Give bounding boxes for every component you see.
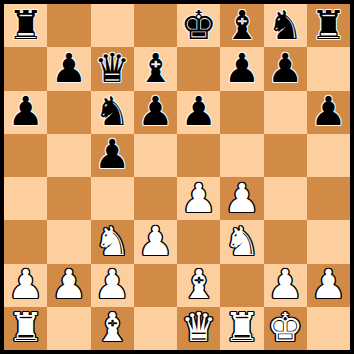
- square-f2[interactable]: [220, 264, 263, 307]
- black-pawn-piece[interactable]: ♟: [137, 91, 173, 131]
- square-g5[interactable]: [264, 134, 307, 177]
- black-king-piece[interactable]: ♚: [181, 5, 217, 45]
- square-a5[interactable]: [4, 134, 47, 177]
- black-queen-piece[interactable]: ♛: [94, 48, 130, 88]
- square-b3[interactable]: [47, 220, 90, 263]
- black-rook-piece[interactable]: ♜: [310, 5, 346, 45]
- square-h6[interactable]: ♟: [307, 91, 350, 134]
- square-g2[interactable]: ♟: [264, 264, 307, 307]
- square-c1[interactable]: ♝: [91, 307, 134, 350]
- square-b7[interactable]: ♟: [47, 47, 90, 90]
- square-h3[interactable]: [307, 220, 350, 263]
- white-pawn-piece[interactable]: ♟: [267, 264, 303, 304]
- square-d1[interactable]: [134, 307, 177, 350]
- square-b8[interactable]: [47, 4, 90, 47]
- square-c2[interactable]: ♟: [91, 264, 134, 307]
- white-bishop-piece[interactable]: ♝: [181, 264, 217, 304]
- white-queen-piece[interactable]: ♛: [181, 307, 217, 347]
- white-pawn-piece[interactable]: ♟: [181, 178, 217, 218]
- chess-board-frame: ♜♚♝♞♜♟♛♝♟♟♟♞♟♟♟♟♟♟♞♟♞♟♟♟♝♟♟♜♝♛♜♚: [0, 0, 354, 354]
- black-rook-piece[interactable]: ♜: [8, 5, 44, 45]
- square-g1[interactable]: ♚: [264, 307, 307, 350]
- square-b4[interactable]: [47, 177, 90, 220]
- square-c6[interactable]: ♞: [91, 91, 134, 134]
- black-pawn-piece[interactable]: ♟: [310, 91, 346, 131]
- square-f8[interactable]: ♝: [220, 4, 263, 47]
- white-pawn-piece[interactable]: ♟: [8, 264, 44, 304]
- chess-board: ♜♚♝♞♜♟♛♝♟♟♟♞♟♟♟♟♟♟♞♟♞♟♟♟♝♟♟♜♝♛♜♚: [4, 4, 350, 350]
- black-pawn-piece[interactable]: ♟: [224, 48, 260, 88]
- square-f4[interactable]: ♟: [220, 177, 263, 220]
- square-b1[interactable]: [47, 307, 90, 350]
- square-a8[interactable]: ♜: [4, 4, 47, 47]
- square-e3[interactable]: [177, 220, 220, 263]
- black-pawn-piece[interactable]: ♟: [181, 91, 217, 131]
- square-e1[interactable]: ♛: [177, 307, 220, 350]
- black-pawn-piece[interactable]: ♟: [267, 48, 303, 88]
- white-rook-piece[interactable]: ♜: [8, 307, 44, 347]
- square-b6[interactable]: [47, 91, 90, 134]
- white-pawn-piece[interactable]: ♟: [51, 264, 87, 304]
- white-bishop-piece[interactable]: ♝: [94, 307, 130, 347]
- square-d7[interactable]: ♝: [134, 47, 177, 90]
- square-f3[interactable]: ♞: [220, 220, 263, 263]
- square-g4[interactable]: [264, 177, 307, 220]
- square-b5[interactable]: [47, 134, 90, 177]
- square-f7[interactable]: ♟: [220, 47, 263, 90]
- square-h8[interactable]: ♜: [307, 4, 350, 47]
- square-h1[interactable]: [307, 307, 350, 350]
- square-h7[interactable]: [307, 47, 350, 90]
- white-knight-piece[interactable]: ♞: [224, 221, 260, 261]
- square-f6[interactable]: [220, 91, 263, 134]
- square-a7[interactable]: [4, 47, 47, 90]
- black-knight-piece[interactable]: ♞: [267, 5, 303, 45]
- white-pawn-piece[interactable]: ♟: [137, 221, 173, 261]
- square-h4[interactable]: [307, 177, 350, 220]
- white-rook-piece[interactable]: ♜: [224, 307, 260, 347]
- black-pawn-piece[interactable]: ♟: [94, 134, 130, 174]
- square-g8[interactable]: ♞: [264, 4, 307, 47]
- square-e4[interactable]: ♟: [177, 177, 220, 220]
- square-c3[interactable]: ♞: [91, 220, 134, 263]
- square-e7[interactable]: [177, 47, 220, 90]
- white-pawn-piece[interactable]: ♟: [310, 264, 346, 304]
- white-king-piece[interactable]: ♚: [267, 307, 303, 347]
- square-d3[interactable]: ♟: [134, 220, 177, 263]
- square-c8[interactable]: [91, 4, 134, 47]
- square-b2[interactable]: ♟: [47, 264, 90, 307]
- black-knight-piece[interactable]: ♞: [94, 91, 130, 131]
- square-a2[interactable]: ♟: [4, 264, 47, 307]
- black-bishop-piece[interactable]: ♝: [224, 5, 260, 45]
- square-c4[interactable]: [91, 177, 134, 220]
- square-d6[interactable]: ♟: [134, 91, 177, 134]
- square-h2[interactable]: ♟: [307, 264, 350, 307]
- black-bishop-piece[interactable]: ♝: [137, 48, 173, 88]
- square-g6[interactable]: [264, 91, 307, 134]
- black-pawn-piece[interactable]: ♟: [51, 48, 87, 88]
- square-e5[interactable]: [177, 134, 220, 177]
- square-d2[interactable]: [134, 264, 177, 307]
- white-pawn-piece[interactable]: ♟: [224, 178, 260, 218]
- white-pawn-piece[interactable]: ♟: [94, 264, 130, 304]
- square-g3[interactable]: [264, 220, 307, 263]
- square-d4[interactable]: [134, 177, 177, 220]
- square-e2[interactable]: ♝: [177, 264, 220, 307]
- square-e6[interactable]: ♟: [177, 91, 220, 134]
- square-a3[interactable]: [4, 220, 47, 263]
- square-g7[interactable]: ♟: [264, 47, 307, 90]
- square-e8[interactable]: ♚: [177, 4, 220, 47]
- square-d5[interactable]: [134, 134, 177, 177]
- square-c5[interactable]: ♟: [91, 134, 134, 177]
- white-knight-piece[interactable]: ♞: [94, 221, 130, 261]
- square-c7[interactable]: ♛: [91, 47, 134, 90]
- square-a1[interactable]: ♜: [4, 307, 47, 350]
- square-f5[interactable]: [220, 134, 263, 177]
- square-h5[interactable]: [307, 134, 350, 177]
- square-a6[interactable]: ♟: [4, 91, 47, 134]
- square-f1[interactable]: ♜: [220, 307, 263, 350]
- square-d8[interactable]: [134, 4, 177, 47]
- square-a4[interactable]: [4, 177, 47, 220]
- black-pawn-piece[interactable]: ♟: [8, 91, 44, 131]
